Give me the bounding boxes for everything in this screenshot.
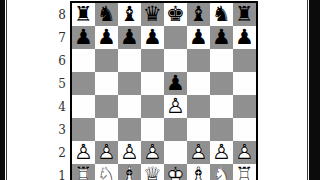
- white-knight-icon: ♞♘: [97, 164, 116, 180]
- piece-outline-layer: ♘: [97, 164, 116, 180]
- rank-label-3: 3: [50, 118, 68, 141]
- black-knight-icon: ♞: [97, 3, 116, 26]
- piece-outline-layer: ♙: [189, 141, 208, 164]
- square: [210, 118, 233, 141]
- white-pawn-icon: ♟♙: [74, 141, 93, 164]
- black-pawn-icon: ♟: [97, 26, 116, 49]
- square: [233, 118, 256, 141]
- piece-outline-layer: ♕: [143, 164, 162, 180]
- white-queen-icon: ♛♕: [143, 164, 162, 180]
- square: [141, 72, 164, 95]
- piece-outline-layer: ♗: [189, 164, 208, 180]
- white-king-icon: ♚♔: [166, 164, 185, 180]
- white-knight-icon: ♞♘: [212, 164, 231, 180]
- black-bishop-icon: ♝: [120, 3, 139, 26]
- square: [187, 118, 210, 141]
- piece-outline-layer: ♙: [235, 141, 254, 164]
- rank-label-1: 1: [50, 164, 68, 180]
- white-rook-icon: ♜♖: [74, 164, 93, 180]
- square: ♟: [164, 72, 187, 95]
- black-king-icon: ♚: [166, 3, 185, 26]
- square: ♟♙: [233, 141, 256, 164]
- square: ♜: [233, 3, 256, 26]
- piece-outline-layer: ♙: [120, 141, 139, 164]
- white-pawn-icon: ♟♙: [189, 141, 208, 164]
- piece-outline-layer: ♖: [235, 164, 254, 180]
- white-bishop-icon: ♝♗: [189, 164, 208, 180]
- square: [141, 95, 164, 118]
- square: [72, 72, 95, 95]
- square: ♞♘: [210, 164, 233, 180]
- square: ♚♔: [164, 164, 187, 180]
- square: ♞: [95, 3, 118, 26]
- square: [72, 95, 95, 118]
- square: ♝: [187, 3, 210, 26]
- letterbox-left-bevel-dark: [6, 0, 7, 180]
- square: [118, 95, 141, 118]
- square: ♟: [95, 26, 118, 49]
- white-pawn-icon: ♟♙: [120, 141, 139, 164]
- piece-outline-layer: ♙: [166, 95, 185, 118]
- square: [118, 49, 141, 72]
- black-pawn-icon: ♟: [74, 26, 93, 49]
- square: [72, 49, 95, 72]
- square: [210, 95, 233, 118]
- black-bishop-icon: ♝: [189, 3, 208, 26]
- square: ♞: [210, 3, 233, 26]
- white-pawn-icon: ♟♙: [212, 141, 231, 164]
- black-pawn-icon: ♟: [166, 72, 185, 95]
- piece-outline-layer: ♘: [212, 164, 231, 180]
- black-knight-icon: ♞: [212, 3, 231, 26]
- letterbox-right-bar: [309, 0, 320, 180]
- piece-outline-layer: ♗: [120, 164, 139, 180]
- square: ♟: [118, 26, 141, 49]
- square: ♟: [233, 26, 256, 49]
- black-rook-icon: ♜: [235, 3, 254, 26]
- square: [164, 26, 187, 49]
- square: ♟: [210, 26, 233, 49]
- square: [95, 95, 118, 118]
- square: [118, 118, 141, 141]
- chess-board: ♜♞♝♛♚♝♞♜♟♟♟♟♟♟♟♟♟♙♟♙♟♙♟♙♟♙♟♙♟♙♟♙♜♖♞♘♝♗♛♕…: [70, 1, 258, 180]
- square: ♟♙: [72, 141, 95, 164]
- black-pawn-icon: ♟: [189, 26, 208, 49]
- rank-label-4: 4: [50, 95, 68, 118]
- white-bishop-icon: ♝♗: [120, 164, 139, 180]
- square: ♜♖: [233, 164, 256, 180]
- black-pawn-icon: ♟: [235, 26, 254, 49]
- white-rook-icon: ♜♖: [235, 164, 254, 180]
- square: ♚: [164, 3, 187, 26]
- square: [164, 141, 187, 164]
- square: ♟♙: [141, 141, 164, 164]
- square: ♟♙: [210, 141, 233, 164]
- white-pawn-icon: ♟♙: [97, 141, 116, 164]
- black-rook-icon: ♜: [74, 3, 93, 26]
- piece-outline-layer: ♙: [143, 141, 162, 164]
- square: [210, 49, 233, 72]
- white-pawn-icon: ♟♙: [166, 95, 185, 118]
- rank-label-5: 5: [50, 72, 68, 95]
- square: [187, 72, 210, 95]
- square: ♟♙: [164, 95, 187, 118]
- square: ♟: [141, 26, 164, 49]
- square: [95, 118, 118, 141]
- square: [141, 49, 164, 72]
- square: ♟♙: [187, 141, 210, 164]
- square: [164, 118, 187, 141]
- square: [233, 49, 256, 72]
- piece-outline-layer: ♖: [74, 164, 93, 180]
- black-pawn-icon: ♟: [212, 26, 231, 49]
- black-pawn-icon: ♟: [120, 26, 139, 49]
- square: ♝♗: [187, 164, 210, 180]
- rank-label-2: 2: [50, 141, 68, 164]
- rank-labels-column: 87654321: [50, 3, 68, 180]
- square: ♝: [118, 3, 141, 26]
- square: ♛: [141, 3, 164, 26]
- square: ♟♙: [118, 141, 141, 164]
- rank-label-6: 6: [50, 49, 68, 72]
- rank-label-7: 7: [50, 26, 68, 49]
- square: [187, 95, 210, 118]
- square: ♜♖: [72, 164, 95, 180]
- square: ♟: [72, 26, 95, 49]
- piece-outline-layer: ♙: [74, 141, 93, 164]
- piece-outline-layer: ♙: [97, 141, 116, 164]
- square: [233, 95, 256, 118]
- square: [210, 72, 233, 95]
- square: [164, 49, 187, 72]
- rank-label-8: 8: [50, 3, 68, 26]
- square: [72, 118, 95, 141]
- square: [95, 72, 118, 95]
- piece-outline-layer: ♔: [166, 164, 185, 180]
- square: [141, 118, 164, 141]
- square: [187, 49, 210, 72]
- black-queen-icon: ♛: [143, 3, 162, 26]
- white-pawn-icon: ♟♙: [143, 141, 162, 164]
- square: [95, 49, 118, 72]
- square: ♝♗: [118, 164, 141, 180]
- square: ♛♕: [141, 164, 164, 180]
- square: ♟♙: [95, 141, 118, 164]
- square: ♞♘: [95, 164, 118, 180]
- square: ♟: [187, 26, 210, 49]
- piece-outline-layer: ♙: [212, 141, 231, 164]
- black-pawn-icon: ♟: [143, 26, 162, 49]
- square: [118, 72, 141, 95]
- square: [233, 72, 256, 95]
- square: ♜: [72, 3, 95, 26]
- white-pawn-icon: ♟♙: [235, 141, 254, 164]
